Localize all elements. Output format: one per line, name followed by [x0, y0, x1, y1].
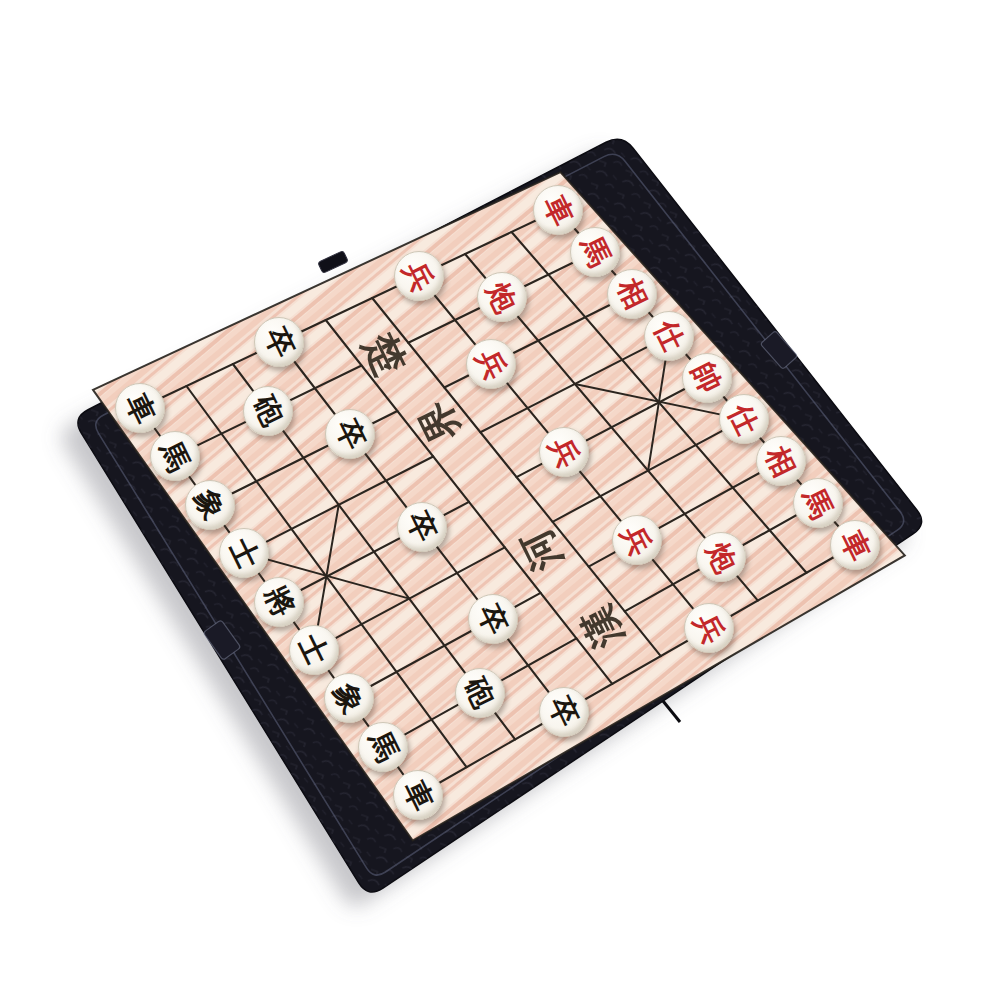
piece-glyph: 卒	[260, 323, 299, 362]
piece-glyph: 炮	[482, 278, 521, 317]
piece-red-soldier[interactable]: 兵	[612, 515, 662, 565]
piece-black-horse[interactable]: 馬	[150, 431, 200, 481]
piece-glyph: 車	[539, 191, 578, 230]
piece-glyph: 帥	[687, 358, 726, 397]
piece-red-elephant[interactable]: 相	[607, 269, 657, 319]
piece-red-general[interactable]: 帥	[682, 353, 732, 403]
piece-red-chariot[interactable]: 車	[830, 520, 880, 570]
piece-glyph: 卒	[473, 600, 512, 639]
piece-glyph: 仕	[724, 400, 763, 439]
piece-black-cannon[interactable]: 砲	[243, 386, 293, 436]
piece-glyph: 馬	[364, 727, 403, 766]
piece-glyph: 相	[761, 442, 800, 481]
piece-black-soldier[interactable]: 卒	[254, 317, 304, 367]
piece-glyph: 兵	[617, 521, 656, 560]
piece-glyph: 士	[225, 534, 264, 573]
piece-glyph: 相	[613, 274, 652, 313]
piece-black-advisor[interactable]: 士	[289, 625, 339, 675]
piece-glyph: 兵	[399, 257, 438, 296]
piece-glyph: 車	[399, 776, 438, 815]
piece-glyph: 士	[294, 630, 333, 669]
piece-glyph: 象	[190, 485, 229, 524]
piece-black-elephant[interactable]: 象	[185, 480, 235, 530]
piece-glyph: 卒	[544, 692, 583, 731]
piece-glyph: 象	[329, 679, 368, 718]
piece-glyph: 卒	[402, 507, 441, 546]
piece-red-horse[interactable]: 馬	[570, 227, 620, 277]
piece-red-chariot[interactable]: 車	[533, 185, 583, 235]
xiangqi-set-photo: 楚界河漢 車馬兵相炮仕卒兵帥車砲仕卒兵馬相馬象卒兵車士炮將卒兵士砲象卒馬車	[0, 0, 1000, 1000]
piece-black-soldier[interactable]: 卒	[539, 687, 589, 737]
piece-glyph: 馬	[155, 437, 194, 476]
piece-black-chariot[interactable]: 車	[393, 770, 443, 820]
piece-glyph: 砲	[249, 392, 288, 431]
board-graphic	[0, 0, 1000, 1000]
piece-black-elephant[interactable]: 象	[324, 673, 374, 723]
piece-glyph: 車	[121, 389, 160, 428]
piece-black-soldier[interactable]: 卒	[468, 594, 518, 644]
piece-glyph: 兵	[545, 433, 584, 472]
piece-red-advisor[interactable]: 仕	[644, 311, 694, 361]
piece-glyph: 兵	[472, 345, 511, 384]
hinge-tab	[318, 251, 348, 274]
piece-red-elephant[interactable]: 相	[756, 436, 806, 486]
piece-glyph: 兵	[690, 609, 729, 648]
piece-black-chariot[interactable]: 車	[115, 383, 165, 433]
piece-glyph: 馬	[798, 484, 837, 523]
piece-red-advisor[interactable]: 仕	[719, 394, 769, 444]
piece-glyph: 卒	[331, 415, 370, 454]
hinge-seam-notch	[663, 701, 680, 722]
piece-glyph: 仕	[650, 316, 689, 355]
piece-glyph: 炮	[702, 538, 741, 577]
piece-black-cannon[interactable]: 砲	[455, 668, 505, 718]
piece-black-soldier[interactable]: 卒	[397, 502, 447, 552]
piece-red-soldier[interactable]: 兵	[394, 251, 444, 301]
piece-glyph: 馬	[576, 232, 615, 271]
piece-black-horse[interactable]: 馬	[358, 722, 408, 772]
piece-red-horse[interactable]: 馬	[793, 478, 843, 528]
piece-glyph: 將	[260, 582, 299, 621]
piece-glyph: 車	[836, 526, 875, 565]
piece-red-cannon[interactable]: 炮	[477, 272, 527, 322]
piece-red-soldier[interactable]: 兵	[539, 427, 589, 477]
piece-glyph: 砲	[460, 673, 499, 712]
piece-black-general[interactable]: 將	[254, 577, 304, 627]
